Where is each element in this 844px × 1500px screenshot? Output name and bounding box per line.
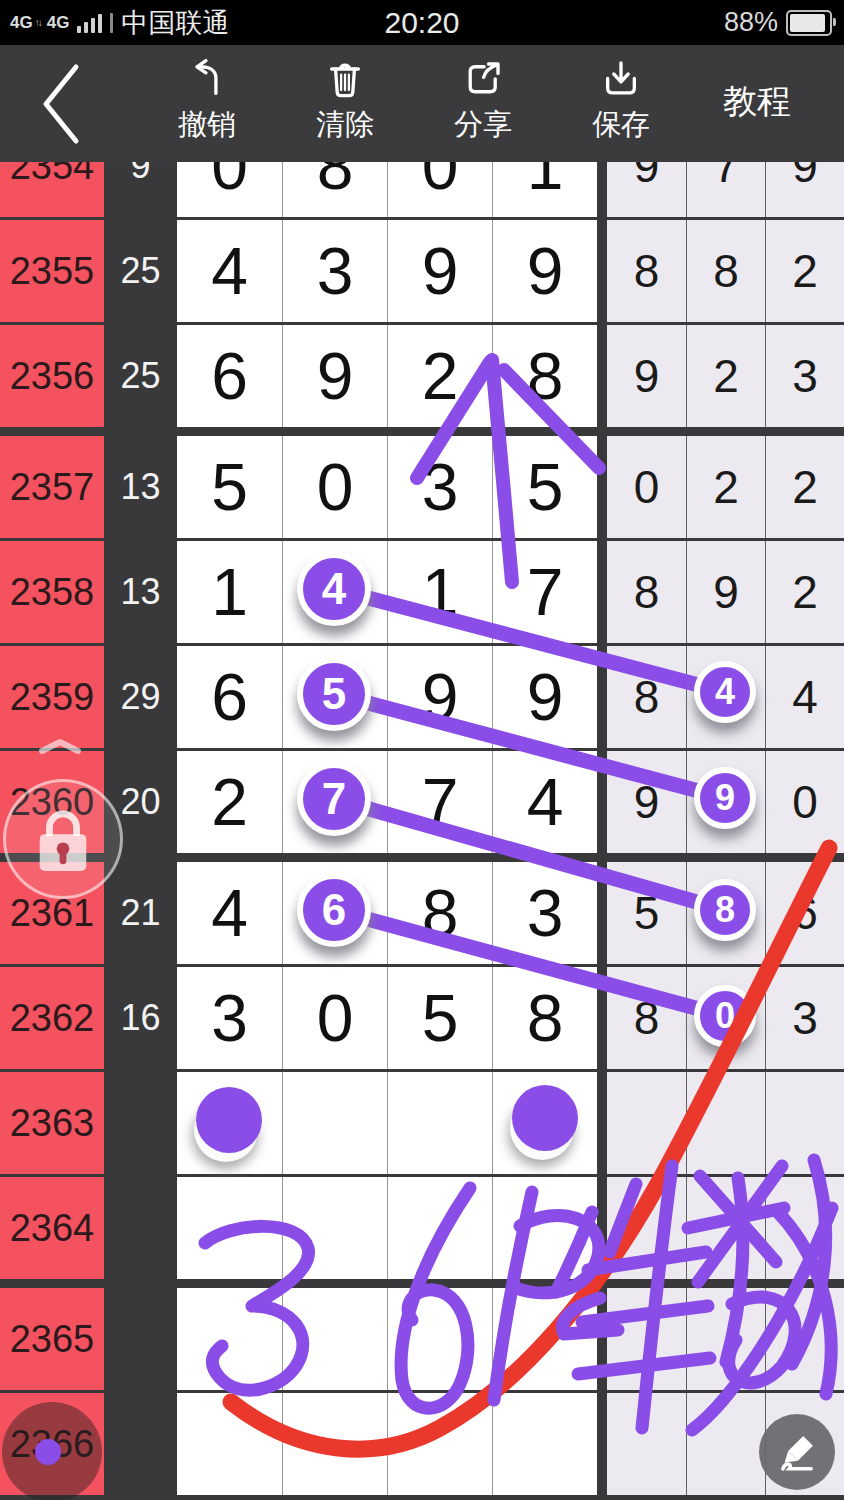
- sum-cell-value: 25: [120, 250, 160, 292]
- group-separator: [597, 220, 607, 322]
- digit-cell[interactable]: 7: [387, 751, 492, 853]
- extra-cell-value: 8: [713, 886, 739, 940]
- period-cell[interactable]: 2364: [0, 1177, 104, 1279]
- row-2360: 2360202774990: [0, 751, 844, 862]
- back-button[interactable]: [28, 61, 98, 147]
- extra-cell[interactable]: 0: [607, 436, 686, 538]
- app-screen: 4G ↑↓ 4G 中国联通 20:20 88% 撤销: [0, 0, 844, 1500]
- row-2354: 235490801979: [0, 162, 844, 220]
- row-2356: 2356256928923: [0, 325, 844, 436]
- period-cell[interactable]: 2358: [0, 541, 104, 643]
- extra-cell[interactable]: 8: [686, 862, 765, 964]
- digit-cell[interactable]: 4: [177, 862, 282, 964]
- extra-cell-value: 0: [792, 775, 818, 829]
- extra-cell[interactable]: 8: [686, 220, 765, 322]
- digit-cell[interactable]: 0: [177, 162, 282, 217]
- digit-cell-value: 9: [422, 233, 459, 309]
- clock: 20:20: [0, 0, 844, 45]
- digit-cell-value: 3: [422, 449, 459, 525]
- extra-cell-value: 0: [713, 991, 739, 1045]
- digit-cell-value: 8: [422, 875, 459, 951]
- row-2357: 2357135035022: [0, 436, 844, 541]
- sum-cell-value: 25: [120, 355, 160, 397]
- sum-cell-value: 29: [120, 676, 160, 718]
- digit-cell[interactable]: [282, 1177, 387, 1279]
- digit-cell-value: 5: [211, 449, 248, 525]
- extra-cell[interactable]: 5: [607, 862, 686, 964]
- row-2364: 2364: [0, 1177, 844, 1288]
- digit-cell[interactable]: [492, 1393, 597, 1495]
- digit-cell[interactable]: 3: [177, 967, 282, 1069]
- extra-cell-value: 8: [713, 244, 739, 298]
- digit-cell[interactable]: [282, 1393, 387, 1495]
- digit-cell[interactable]: 8: [492, 967, 597, 1069]
- undo-button[interactable]: 撤销: [152, 59, 262, 145]
- digit-cell-value: 9: [527, 659, 564, 735]
- period-cell[interactable]: 2356: [0, 325, 104, 427]
- battery-percent: 88%: [724, 7, 778, 38]
- digit-cell-value: 9: [317, 338, 354, 414]
- period-cell-value: 2365: [10, 1318, 95, 1361]
- sum-cell-value: 13: [120, 466, 160, 508]
- digit-cell-value: 3: [211, 980, 248, 1056]
- purple-dot-indicator: [35, 1439, 61, 1465]
- sum-cell-value: 20: [120, 781, 160, 823]
- digit-cell-value: 0: [211, 162, 248, 204]
- digit-cell[interactable]: [177, 1072, 282, 1174]
- trash-icon: [325, 59, 365, 99]
- extra-cell[interactable]: [765, 1072, 844, 1174]
- extra-cell[interactable]: 8: [607, 541, 686, 643]
- period-cell[interactable]: 2362: [0, 967, 104, 1069]
- digit-cell[interactable]: 9: [387, 646, 492, 748]
- extra-cell[interactable]: 8: [607, 967, 686, 1069]
- extra-cell[interactable]: [607, 1072, 686, 1174]
- period-cell[interactable]: 2354: [0, 162, 104, 217]
- extra-cell[interactable]: 2: [686, 436, 765, 538]
- sum-cell-value: 13: [120, 571, 160, 613]
- digit-cell[interactable]: 5: [177, 436, 282, 538]
- digit-cell[interactable]: 1: [492, 162, 597, 217]
- sum-cell-value: 21: [120, 892, 160, 934]
- digit-cell-value: 6: [211, 338, 248, 414]
- extra-cell[interactable]: 7: [686, 162, 765, 217]
- digit-cell[interactable]: 3: [282, 220, 387, 322]
- share-icon: [463, 59, 503, 99]
- period-cell-value: 2362: [10, 997, 95, 1040]
- digit-cell[interactable]: 9: [492, 220, 597, 322]
- extra-cell[interactable]: 8: [607, 220, 686, 322]
- digit-cell-value: 3: [317, 233, 354, 309]
- save-button[interactable]: 保存: [566, 59, 676, 145]
- sum-cell: [104, 1072, 177, 1174]
- extra-cell[interactable]: [686, 1072, 765, 1174]
- digit-cell[interactable]: [177, 1288, 282, 1390]
- sum-cell-value: 9: [130, 162, 150, 187]
- extra-cell[interactable]: 2: [765, 541, 844, 643]
- extra-cell-value: 9: [634, 349, 660, 403]
- digit-cell[interactable]: 4: [177, 220, 282, 322]
- period-cell-value: 2358: [10, 571, 95, 614]
- digit-cell[interactable]: 2: [177, 751, 282, 853]
- extra-cell[interactable]: [607, 1177, 686, 1279]
- extra-cell-value: 2: [792, 460, 818, 514]
- sum-cell: 9: [104, 162, 177, 217]
- digit-cell-value: 7: [527, 554, 564, 630]
- digit-cell-value: 9: [422, 659, 459, 735]
- extra-cell-value: 3: [792, 349, 818, 403]
- digit-cell[interactable]: 5: [282, 646, 387, 748]
- extra-cell[interactable]: 8: [607, 646, 686, 748]
- digit-cell-value: 4: [317, 554, 354, 630]
- group-separator: [597, 967, 607, 1069]
- digit-cell[interactable]: 3: [492, 862, 597, 964]
- period-cell-value: 2357: [10, 466, 95, 509]
- period-cell-value: 2354: [10, 162, 95, 188]
- digit-cell[interactable]: [492, 1177, 597, 1279]
- digit-cell[interactable]: 6: [177, 646, 282, 748]
- sum-cell: 21: [104, 862, 177, 964]
- extra-cell[interactable]: [607, 1393, 686, 1495]
- digit-cell[interactable]: 5: [387, 967, 492, 1069]
- extra-cell[interactable]: 6: [765, 862, 844, 964]
- sum-cell: [104, 1393, 177, 1495]
- tutorial-button[interactable]: 教程: [692, 79, 822, 125]
- row-2358: 2358131417892: [0, 541, 844, 646]
- extra-cell[interactable]: 9: [765, 162, 844, 217]
- row-2361: 2361214683586: [0, 862, 844, 967]
- group-separator: [597, 646, 607, 748]
- digit-cell-value: 0: [422, 162, 459, 204]
- extra-cell[interactable]: 9: [607, 751, 686, 853]
- digit-cell-value: 0: [317, 980, 354, 1056]
- digit-cell[interactable]: 9: [282, 325, 387, 427]
- digit-cell[interactable]: 8: [492, 325, 597, 427]
- digit-cell-value: 1: [422, 554, 459, 630]
- sum-cell: 13: [104, 436, 177, 538]
- extra-cell-value: 2: [792, 244, 818, 298]
- digit-cell-value: 6: [211, 659, 248, 735]
- row-2366: 2366: [0, 1393, 844, 1500]
- clear-button[interactable]: 清除: [290, 59, 400, 145]
- period-cell-value: 2355: [10, 250, 95, 293]
- extra-cell-value: 4: [713, 670, 739, 724]
- digit-cell[interactable]: 4: [282, 541, 387, 643]
- sum-cell: 25: [104, 325, 177, 427]
- group-separator: [597, 1393, 607, 1495]
- undo-icon: [187, 59, 227, 99]
- lock-icon: [32, 803, 94, 875]
- extra-cell-value: 2: [713, 349, 739, 403]
- extra-cell[interactable]: 9: [607, 325, 686, 427]
- digit-cell[interactable]: [177, 1393, 282, 1495]
- pencil-icon: [774, 1429, 820, 1475]
- digit-cell[interactable]: 8: [387, 862, 492, 964]
- lock-circle[interactable]: [3, 779, 123, 899]
- digit-cell[interactable]: [177, 1177, 282, 1279]
- group-separator: [597, 862, 607, 964]
- extra-cell[interactable]: [686, 1288, 765, 1390]
- digit-cell[interactable]: [282, 1288, 387, 1390]
- extra-cell-value: 3: [792, 991, 818, 1045]
- extra-cell[interactable]: [765, 1288, 844, 1390]
- digit-cell-value: 4: [527, 764, 564, 840]
- period-cell-value: 2364: [10, 1207, 95, 1250]
- digit-cell[interactable]: 3: [387, 436, 492, 538]
- digit-cell[interactable]: 4: [492, 751, 597, 853]
- digit-cell[interactable]: 1: [177, 541, 282, 643]
- period-cell-value: 2359: [10, 676, 95, 719]
- digit-cell-value: 3: [527, 875, 564, 951]
- row-2355: 2355254399882: [0, 220, 844, 325]
- extra-cell[interactable]: [765, 1177, 844, 1279]
- digit-cell-value: 5: [527, 449, 564, 525]
- save-icon: [601, 59, 641, 99]
- chevron-up-icon: [36, 738, 84, 754]
- digit-cell-value: 7: [422, 764, 459, 840]
- extra-cell-value: 9: [634, 162, 660, 193]
- group-separator: [597, 162, 607, 217]
- share-button[interactable]: 分享: [428, 59, 538, 145]
- digit-cell[interactable]: 0: [282, 967, 387, 1069]
- period-cell[interactable]: 2357: [0, 436, 104, 538]
- digit-cell[interactable]: 1: [387, 541, 492, 643]
- group-separator: [597, 541, 607, 643]
- row-2359: 2359296599844: [0, 646, 844, 751]
- digit-cell[interactable]: [387, 1288, 492, 1390]
- group-separator: [597, 325, 607, 427]
- digit-cell-value: 2: [422, 338, 459, 414]
- extra-cell-value: 2: [792, 565, 818, 619]
- chevron-left-icon: [28, 61, 98, 147]
- period-cell-value: 2356: [10, 355, 95, 398]
- digit-cell[interactable]: 8: [282, 162, 387, 217]
- extra-cell-value: 9: [713, 565, 739, 619]
- extra-cell-value: 9: [713, 775, 739, 829]
- group-separator: [597, 751, 607, 853]
- digit-cell-value: 9: [527, 233, 564, 309]
- digit-cell-value: 8: [527, 980, 564, 1056]
- digit-cell-value: 4: [211, 233, 248, 309]
- extra-cell-value: 8: [634, 670, 660, 724]
- digit-cell[interactable]: 2: [387, 325, 492, 427]
- digit-cell-value: 1: [527, 162, 564, 204]
- digit-cell[interactable]: [387, 1072, 492, 1174]
- extra-cell[interactable]: 9: [686, 751, 765, 853]
- group-separator: [597, 1177, 607, 1279]
- digit-cell-value: 7: [317, 764, 354, 840]
- digit-cell[interactable]: [492, 1288, 597, 1390]
- extra-cell[interactable]: 9: [686, 541, 765, 643]
- digit-cell-value: 2: [211, 764, 248, 840]
- draw-tool-button[interactable]: [759, 1414, 835, 1490]
- extra-cell[interactable]: [607, 1288, 686, 1390]
- period-cell[interactable]: 2355: [0, 220, 104, 322]
- row-2365: 2365: [0, 1288, 844, 1393]
- drag-handle-button[interactable]: [2, 1402, 102, 1500]
- digit-cell[interactable]: 7: [492, 541, 597, 643]
- extra-cell[interactable]: 3: [765, 967, 844, 1069]
- extra-cell-value: 8: [634, 244, 660, 298]
- period-cell[interactable]: 2363: [0, 1072, 104, 1174]
- extra-cell[interactable]: 4: [765, 646, 844, 748]
- digit-cell[interactable]: [387, 1177, 492, 1279]
- extra-cell-value: 9: [634, 775, 660, 829]
- extra-cell[interactable]: 4: [686, 646, 765, 748]
- status-bar: 4G ↑↓ 4G 中国联通 20:20 88%: [0, 0, 844, 45]
- extra-cell[interactable]: [686, 1393, 765, 1495]
- sum-cell: 29: [104, 646, 177, 748]
- extra-cell-value: 2: [713, 460, 739, 514]
- digit-cell[interactable]: 9: [387, 220, 492, 322]
- group-separator: [597, 1288, 607, 1390]
- extra-cell-value: 8: [634, 565, 660, 619]
- digit-cell[interactable]: 0: [282, 436, 387, 538]
- sum-cell: 13: [104, 541, 177, 643]
- period-cell[interactable]: 2365: [0, 1288, 104, 1390]
- extra-cell[interactable]: 0: [686, 967, 765, 1069]
- extra-cell[interactable]: [686, 1177, 765, 1279]
- digit-cell[interactable]: 9: [492, 646, 597, 748]
- digit-cell-value: 5: [422, 980, 459, 1056]
- group-separator: [597, 1072, 607, 1174]
- extra-cell-value: 5: [634, 886, 660, 940]
- digit-cell[interactable]: 5: [492, 436, 597, 538]
- digit-cell[interactable]: 7: [282, 751, 387, 853]
- sum-cell: 16: [104, 967, 177, 1069]
- extra-cell-value: 7: [713, 162, 739, 193]
- digit-cell-value: 1: [211, 554, 248, 630]
- digit-cell-value: 4: [211, 875, 248, 951]
- period-cell[interactable]: 2359: [0, 646, 104, 748]
- extra-cell-value: 8: [634, 991, 660, 1045]
- row-2363: 2363: [0, 1072, 844, 1177]
- extra-cell[interactable]: 3: [765, 325, 844, 427]
- sum-cell-value: 16: [120, 997, 160, 1039]
- digit-cell[interactable]: 0: [387, 162, 492, 217]
- toolbar: 撤销 清除 分享 保存 教程: [0, 45, 844, 162]
- digit-cell[interactable]: [492, 1072, 597, 1174]
- digit-cell-value: 6: [317, 875, 354, 951]
- extra-cell-value: 0: [634, 460, 660, 514]
- digit-cell-value: 0: [317, 449, 354, 525]
- extra-cell[interactable]: 2: [765, 436, 844, 538]
- digit-cell[interactable]: [282, 1072, 387, 1174]
- battery-icon: [786, 10, 832, 36]
- row-2362: 2362163058803: [0, 967, 844, 1072]
- digit-cell[interactable]: 6: [282, 862, 387, 964]
- digit-cell[interactable]: 6: [177, 325, 282, 427]
- sum-cell: [104, 1177, 177, 1279]
- extra-cell[interactable]: 0: [765, 751, 844, 853]
- sum-cell: 25: [104, 220, 177, 322]
- group-separator: [597, 436, 607, 538]
- digit-cell-value: 8: [527, 338, 564, 414]
- extra-cell[interactable]: 2: [765, 220, 844, 322]
- trend-table: 2354908019792355254399882235625692892323…: [0, 162, 844, 1500]
- period-cell-value: 2363: [10, 1102, 95, 1145]
- sum-cell: [104, 1288, 177, 1390]
- extra-cell[interactable]: 9: [607, 162, 686, 217]
- digit-cell-value: 5: [317, 659, 354, 735]
- extra-cell[interactable]: 2: [686, 325, 765, 427]
- extra-cell-value: 4: [792, 670, 818, 724]
- digit-cell[interactable]: [387, 1393, 492, 1495]
- digit-cell-value: 8: [317, 162, 354, 204]
- extra-cell-value: 6: [792, 886, 818, 940]
- extra-cell-value: 9: [792, 162, 818, 193]
